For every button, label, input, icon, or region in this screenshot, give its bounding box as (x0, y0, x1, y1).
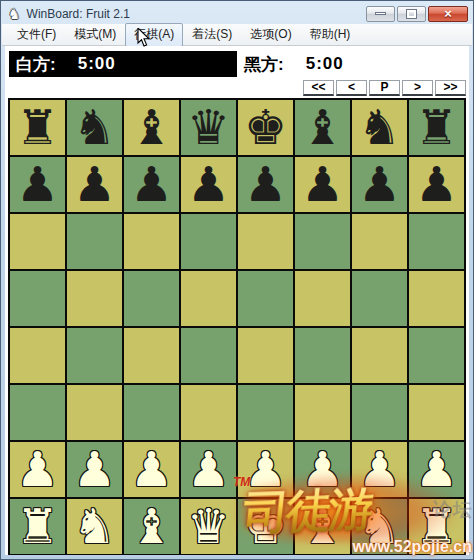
black-clock: 黑方: 5:00 (237, 51, 465, 77)
back-button[interactable]: < (336, 80, 367, 96)
square-g7[interactable]: ♟ (352, 157, 407, 212)
white-queen-piece: ♛ (181, 499, 236, 553)
square-a5[interactable] (10, 271, 65, 326)
black-pawn-piece: ♟ (295, 157, 350, 211)
square-g1[interactable]: ♞ (352, 499, 407, 554)
white-pawn-piece: ♟ (67, 442, 122, 496)
window-content: 白方: 5:00 黑方: 5:00 <<<P>>> ♜♞♝♛♚♝♞♜♟♟♟♟♟♟… (5, 46, 469, 555)
white-bishop-piece: ♝ (124, 499, 179, 553)
square-a4[interactable] (10, 328, 65, 383)
clock-row: 白方: 5:00 黑方: 5:00 (5, 46, 469, 77)
white-pawn-piece: ♟ (352, 442, 407, 496)
square-h2[interactable]: ♟ (409, 442, 464, 497)
square-e7[interactable]: ♟ (238, 157, 293, 212)
square-a7[interactable]: ♟ (10, 157, 65, 212)
square-d3[interactable] (181, 385, 236, 440)
move-navigation-bar: <<<P>>> (5, 77, 469, 98)
square-f6[interactable] (295, 214, 350, 269)
white-pawn-piece: ♟ (10, 442, 65, 496)
square-d2[interactable]: ♟ (181, 442, 236, 497)
square-d7[interactable]: ♟ (181, 157, 236, 212)
square-e8[interactable]: ♚ (238, 100, 293, 155)
white-rook-piece: ♜ (409, 499, 464, 553)
square-e4[interactable] (238, 328, 293, 383)
white-pawn-piece: ♟ (124, 442, 179, 496)
square-f2[interactable]: ♟ (295, 442, 350, 497)
square-a3[interactable] (10, 385, 65, 440)
black-bishop-piece: ♝ (124, 100, 179, 154)
maximize-icon (407, 10, 416, 18)
square-c3[interactable] (124, 385, 179, 440)
square-g2[interactable]: ♟ (352, 442, 407, 497)
square-h7[interactable]: ♟ (409, 157, 464, 212)
square-c2[interactable]: ♟ (124, 442, 179, 497)
white-knight-piece: ♞ (67, 499, 122, 553)
black-clock-time: 5:00 (306, 54, 344, 74)
white-king-piece: ♚ (238, 499, 293, 553)
square-f5[interactable] (295, 271, 350, 326)
black-pawn-piece: ♟ (124, 157, 179, 211)
menu-item-5[interactable]: 帮助(H) (301, 23, 360, 47)
menu-item-3[interactable]: 着法(S) (183, 23, 241, 47)
rewind-to-start-button[interactable]: << (303, 80, 334, 96)
square-e1[interactable]: ♚ (238, 499, 293, 554)
chess-board: ♜♞♝♛♚♝♞♜♟♟♟♟♟♟♟♟♟♟♟♟♟♟♟♟♜♞♝♛♚♝♞♜ (8, 98, 466, 555)
menu-item-2[interactable]: 行棋(A) (125, 23, 183, 47)
white-pawn-piece: ♟ (409, 442, 464, 496)
close-button[interactable]: × (428, 6, 468, 22)
square-d8[interactable]: ♛ (181, 100, 236, 155)
square-b3[interactable] (67, 385, 122, 440)
square-b6[interactable] (67, 214, 122, 269)
white-bishop-piece: ♝ (295, 499, 350, 553)
square-f7[interactable]: ♟ (295, 157, 350, 212)
minimize-button[interactable] (366, 6, 395, 22)
window-title: WinBoard: Fruit 2.1 (27, 7, 366, 21)
white-clock: 白方: 5:00 (9, 51, 237, 77)
square-e6[interactable] (238, 214, 293, 269)
square-g6[interactable] (352, 214, 407, 269)
square-b7[interactable]: ♟ (67, 157, 122, 212)
black-knight-piece: ♞ (352, 100, 407, 154)
square-h8[interactable]: ♜ (409, 100, 464, 155)
square-f1[interactable]: ♝ (295, 499, 350, 554)
square-d1[interactable]: ♛ (181, 499, 236, 554)
square-c8[interactable]: ♝ (124, 100, 179, 155)
winboard-window: ♞ WinBoard: Fruit 2.1 × 文件(F)模式(M)行棋(A)着… (0, 0, 474, 560)
square-a1[interactable]: ♜ (10, 499, 65, 554)
square-h3[interactable] (409, 385, 464, 440)
square-c5[interactable] (124, 271, 179, 326)
square-e5[interactable] (238, 271, 293, 326)
square-b4[interactable] (67, 328, 122, 383)
black-pawn-piece: ♟ (409, 157, 464, 211)
black-king-piece: ♚ (238, 100, 293, 154)
square-d6[interactable] (181, 214, 236, 269)
square-d4[interactable] (181, 328, 236, 383)
square-h1[interactable]: ♜ (409, 499, 464, 554)
white-pawn-piece: ♟ (181, 442, 236, 496)
square-h6[interactable] (409, 214, 464, 269)
minimize-icon (375, 12, 386, 15)
square-e3[interactable] (238, 385, 293, 440)
title-bar[interactable]: ♞ WinBoard: Fruit 2.1 × (1, 1, 473, 24)
white-clock-label: 白方: (16, 53, 56, 76)
winboard-knight-icon: ♞ (8, 7, 21, 21)
window-controls: × (366, 6, 468, 22)
square-b2[interactable]: ♟ (67, 442, 122, 497)
black-queen-piece: ♛ (181, 100, 236, 154)
white-clock-time: 5:00 (78, 54, 116, 74)
menu-item-1[interactable]: 模式(M) (65, 23, 125, 47)
square-d5[interactable] (181, 271, 236, 326)
black-pawn-piece: ♟ (238, 157, 293, 211)
square-c7[interactable]: ♟ (124, 157, 179, 212)
menu-item-4[interactable]: 选项(O) (241, 23, 300, 47)
square-f8[interactable]: ♝ (295, 100, 350, 155)
black-pawn-piece: ♟ (352, 157, 407, 211)
forward-button[interactable]: > (402, 80, 433, 96)
square-a8[interactable]: ♜ (10, 100, 65, 155)
square-c1[interactable]: ♝ (124, 499, 179, 554)
black-pawn-piece: ♟ (181, 157, 236, 211)
square-g4[interactable] (352, 328, 407, 383)
menu-bar: 文件(F)模式(M)行棋(A)着法(S)选项(O)帮助(H) (2, 24, 472, 46)
square-e2[interactable]: ♟ (238, 442, 293, 497)
square-f3[interactable] (295, 385, 350, 440)
black-clock-label: 黑方: (244, 53, 284, 76)
square-g3[interactable] (352, 385, 407, 440)
square-b5[interactable] (67, 271, 122, 326)
square-f4[interactable] (295, 328, 350, 383)
white-pawn-piece: ♟ (295, 442, 350, 496)
menu-item-0[interactable]: 文件(F) (8, 23, 65, 47)
black-knight-piece: ♞ (67, 100, 122, 154)
black-pawn-piece: ♟ (10, 157, 65, 211)
square-g8[interactable]: ♞ (352, 100, 407, 155)
black-bishop-piece: ♝ (295, 100, 350, 154)
black-rook-piece: ♜ (409, 100, 464, 154)
square-c6[interactable] (124, 214, 179, 269)
pause-button[interactable]: P (369, 80, 400, 96)
square-a2[interactable]: ♟ (10, 442, 65, 497)
square-c4[interactable] (124, 328, 179, 383)
close-icon: × (444, 7, 452, 20)
forward-to-end-button[interactable]: >> (435, 80, 466, 96)
white-knight-piece: ♞ (352, 499, 407, 553)
black-rook-piece: ♜ (10, 100, 65, 154)
white-pawn-piece: ♟ (238, 442, 293, 496)
square-g5[interactable] (352, 271, 407, 326)
maximize-button[interactable] (397, 6, 426, 22)
square-b8[interactable]: ♞ (67, 100, 122, 155)
black-pawn-piece: ♟ (67, 157, 122, 211)
square-h4[interactable] (409, 328, 464, 383)
square-b1[interactable]: ♞ (67, 499, 122, 554)
square-h5[interactable] (409, 271, 464, 326)
square-a6[interactable] (10, 214, 65, 269)
white-rook-piece: ♜ (10, 499, 65, 553)
